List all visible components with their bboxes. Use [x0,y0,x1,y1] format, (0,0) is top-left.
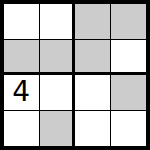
cell-r4c4[interactable] [111,111,147,147]
given-digit-cell-r3c1[interactable]: 4 [4,75,40,111]
cell-r1c1[interactable] [4,4,40,40]
cell-r2c2[interactable] [40,40,76,76]
cell-r2c1[interactable] [4,40,40,76]
cell-r1c2[interactable] [40,4,76,40]
cell-r1c4[interactable] [111,4,147,40]
cell-r3c2[interactable] [40,75,76,111]
cell-r4c3[interactable] [75,111,111,147]
cell-r4c1[interactable] [4,111,40,147]
cell-r3c4[interactable] [111,75,147,111]
cell-r2c3[interactable] [75,40,111,76]
cell-r4c2[interactable] [40,111,76,147]
cell-r3c3[interactable] [75,75,111,111]
sudoku-board: 4 [0,0,150,150]
cell-r2c4[interactable] [111,40,147,76]
cell-r1c3[interactable] [75,4,111,40]
